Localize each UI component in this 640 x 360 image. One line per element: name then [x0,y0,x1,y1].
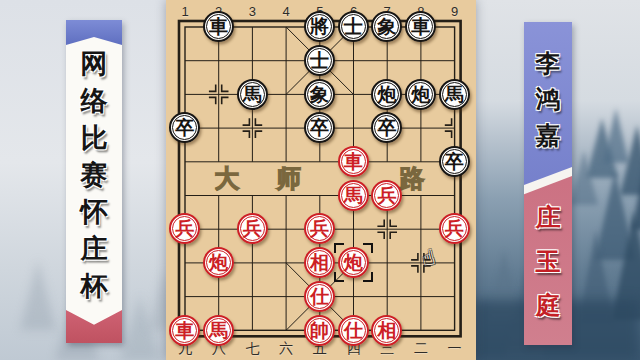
event-banner-top-ribbon [66,20,122,45]
piece-black-士[interactable]: 士 [338,11,369,42]
pieces-layer: 車將士象車士馬象炮炮馬卒卒卒卒車馬兵兵兵兵兵炮相炮仕車馬帥仕相 [168,10,471,347]
piece-black-馬[interactable]: 馬 [439,79,470,110]
piece-red-帥[interactable]: 帥 [304,315,335,346]
piece-char: 兵 [377,185,396,204]
piece-char: 車 [209,17,228,36]
piece-char: 仕 [310,286,329,305]
piece-char: 炮 [377,84,396,103]
piece-char: 馬 [243,84,262,103]
piece-char: 炮 [344,253,363,272]
piece-char: 馬 [445,84,464,103]
piece-black-卒[interactable]: 卒 [169,112,200,143]
piece-char: 卒 [175,118,194,137]
piece-black-馬[interactable]: 馬 [237,79,268,110]
red-player-char: 庄 [536,204,561,230]
piece-char: 兵 [445,219,464,238]
event-title: 网络比赛怀庄杯 [66,50,122,300]
piece-red-相[interactable]: 相 [371,315,402,346]
piece-red-馬[interactable]: 馬 [338,180,369,211]
piece-char: 士 [344,17,363,36]
piece-char: 將 [310,17,329,36]
piece-red-車[interactable]: 車 [338,146,369,177]
piece-red-車[interactable]: 車 [169,315,200,346]
event-title-char: 赛 [81,161,108,189]
event-title-char: 庄 [81,235,108,263]
event-banner-bottom-ribbon [66,310,122,343]
piece-red-馬[interactable]: 馬 [203,315,234,346]
event-title-char: 络 [81,87,108,115]
event-title-char: 网 [81,50,108,78]
video-frame: 大师路 123456789 九八七六五四三二一 車將士象車士馬象炮炮馬卒卒卒卒車… [0,0,640,360]
piece-red-相[interactable]: 相 [304,247,335,278]
piece-red-兵[interactable]: 兵 [237,213,268,244]
piece-char: 仕 [344,320,363,339]
piece-black-將[interactable]: 將 [304,11,335,42]
piece-char: 炮 [411,84,430,103]
piece-red-仕[interactable]: 仕 [304,281,335,312]
piece-char: 兵 [243,219,262,238]
piece-red-兵[interactable]: 兵 [169,213,200,244]
piece-char: 卒 [445,152,464,171]
piece-red-兵[interactable]: 兵 [304,213,335,244]
piece-char: 卒 [377,118,396,137]
piece-char: 卒 [310,118,329,137]
piece-red-炮[interactable]: 炮 [338,247,369,278]
piece-black-炮[interactable]: 炮 [405,79,436,110]
piece-char: 炮 [209,253,228,272]
piece-black-士[interactable]: 士 [304,45,335,76]
players-banner: 李鸿嘉 庄玉庭 [524,22,572,345]
red-player-char: 庭 [536,292,561,318]
piece-char: 馬 [344,185,363,204]
red-player-name: 庄玉庭 [524,204,572,318]
black-player-char: 鸿 [536,86,561,112]
piece-char: 馬 [209,320,228,339]
black-player-char: 嘉 [536,122,561,148]
piece-black-卒[interactable]: 卒 [371,112,402,143]
piece-black-車[interactable]: 車 [405,11,436,42]
piece-char: 帥 [310,320,329,339]
xiangqi-board: 大师路 123456789 九八七六五四三二一 車將士象車士馬象炮炮馬卒卒卒卒車… [166,0,476,360]
piece-char: 車 [344,152,363,171]
piece-char: 相 [310,253,329,272]
piece-char: 象 [310,84,329,103]
piece-char: 士 [310,51,329,70]
piece-black-炮[interactable]: 炮 [371,79,402,110]
piece-red-仕[interactable]: 仕 [338,315,369,346]
piece-black-卒[interactable]: 卒 [304,112,335,143]
piece-char: 兵 [175,219,194,238]
piece-black-車[interactable]: 車 [203,11,234,42]
piece-char: 象 [377,17,396,36]
black-player-char: 李 [536,50,561,76]
piece-black-卒[interactable]: 卒 [439,146,470,177]
black-player-name: 李鸿嘉 [524,50,572,148]
piece-char: 相 [377,320,396,339]
piece-black-象[interactable]: 象 [371,11,402,42]
event-title-char: 比 [81,124,108,152]
tree-silhouette [20,260,56,330]
piece-red-兵[interactable]: 兵 [371,180,402,211]
piece-char: 車 [175,320,194,339]
piece-black-象[interactable]: 象 [304,79,335,110]
tree-silhouette [570,150,598,205]
piece-red-兵[interactable]: 兵 [439,213,470,244]
red-player-char: 玉 [536,248,561,274]
event-banner: 网络比赛怀庄杯 [66,20,122,343]
piece-red-炮[interactable]: 炮 [203,247,234,278]
event-title-char: 怀 [81,198,108,226]
piece-char: 兵 [310,219,329,238]
piece-char: 車 [411,17,430,36]
event-title-char: 杯 [81,272,108,300]
